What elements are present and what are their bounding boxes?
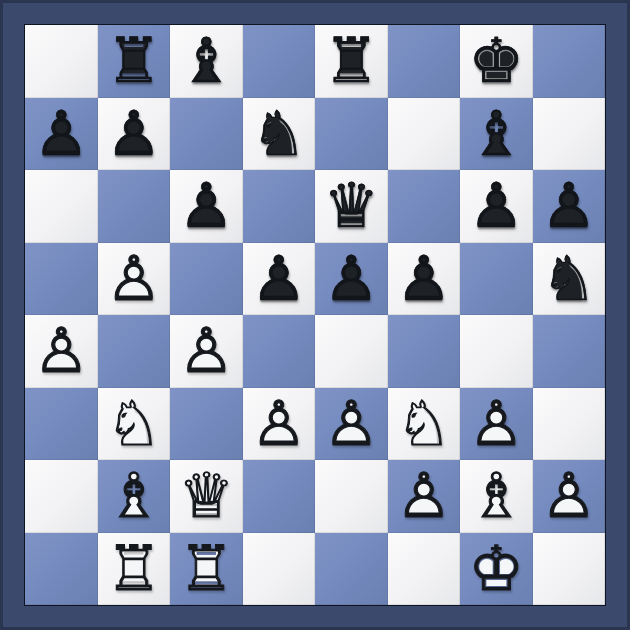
- square-e4[interactable]: [315, 315, 388, 388]
- square-a8[interactable]: [25, 25, 98, 98]
- square-e5[interactable]: ♟♙: [315, 243, 388, 316]
- square-c8[interactable]: ♝♗: [170, 25, 243, 98]
- square-a4[interactable]: ♟♙: [25, 315, 98, 388]
- white-pawn[interactable]: ♟♙: [388, 460, 461, 533]
- square-d4[interactable]: [243, 315, 316, 388]
- square-c6[interactable]: ♟♙: [170, 170, 243, 243]
- square-h4[interactable]: [533, 315, 606, 388]
- board-frame: ♜♖♝♗♜♖♚♔♟♙♟♙♞♘♝♗♟♙♛♕♟♙♟♙♟♙♟♙♟♙♟♙♞♘♟♙♟♙♞♘…: [0, 0, 630, 630]
- black-knight[interactable]: ♞♘: [533, 243, 606, 316]
- black-king[interactable]: ♚♔: [460, 25, 533, 98]
- piece-outline-layer: ♙: [98, 243, 171, 316]
- black-bishop[interactable]: ♝♗: [460, 98, 533, 171]
- white-bishop[interactable]: ♝♗: [98, 460, 171, 533]
- white-pawn[interactable]: ♟♙: [315, 388, 388, 461]
- square-e6[interactable]: ♛♕: [315, 170, 388, 243]
- square-f7[interactable]: [388, 98, 461, 171]
- square-g4[interactable]: [460, 315, 533, 388]
- black-pawn[interactable]: ♟♙: [170, 170, 243, 243]
- black-bishop[interactable]: ♝♗: [170, 25, 243, 98]
- black-rook[interactable]: ♜♖: [98, 25, 171, 98]
- white-king[interactable]: ♚♔: [460, 533, 533, 606]
- square-d1[interactable]: [243, 533, 316, 606]
- square-f2[interactable]: ♟♙: [388, 460, 461, 533]
- piece-outline-layer: ♘: [388, 388, 461, 461]
- square-h8[interactable]: [533, 25, 606, 98]
- white-pawn[interactable]: ♟♙: [243, 388, 316, 461]
- square-g3[interactable]: ♟♙: [460, 388, 533, 461]
- square-c4[interactable]: ♟♙: [170, 315, 243, 388]
- square-b2[interactable]: ♝♗: [98, 460, 171, 533]
- piece-outline-layer: ♕: [170, 460, 243, 533]
- square-a7[interactable]: ♟♙: [25, 98, 98, 171]
- black-knight[interactable]: ♞♘: [243, 98, 316, 171]
- square-d7[interactable]: ♞♘: [243, 98, 316, 171]
- black-queen[interactable]: ♛♕: [315, 170, 388, 243]
- square-g2[interactable]: ♝♗: [460, 460, 533, 533]
- square-b4[interactable]: [98, 315, 171, 388]
- black-pawn[interactable]: ♟♙: [25, 98, 98, 171]
- square-b8[interactable]: ♜♖: [98, 25, 171, 98]
- piece-outline-layer: ♖: [315, 25, 388, 98]
- square-e1[interactable]: [315, 533, 388, 606]
- piece-outline-layer: ♕: [315, 170, 388, 243]
- piece-outline-layer: ♘: [243, 98, 316, 171]
- black-pawn[interactable]: ♟♙: [243, 243, 316, 316]
- square-e8[interactable]: ♜♖: [315, 25, 388, 98]
- black-pawn[interactable]: ♟♙: [388, 243, 461, 316]
- square-e3[interactable]: ♟♙: [315, 388, 388, 461]
- square-e2[interactable]: [315, 460, 388, 533]
- white-pawn[interactable]: ♟♙: [170, 315, 243, 388]
- square-a6[interactable]: [25, 170, 98, 243]
- square-d3[interactable]: ♟♙: [243, 388, 316, 461]
- square-b7[interactable]: ♟♙: [98, 98, 171, 171]
- chess-board: ♜♖♝♗♜♖♚♔♟♙♟♙♞♘♝♗♟♙♛♕♟♙♟♙♟♙♟♙♟♙♟♙♞♘♟♙♟♙♞♘…: [25, 25, 605, 605]
- white-pawn[interactable]: ♟♙: [25, 315, 98, 388]
- white-knight[interactable]: ♞♘: [98, 388, 171, 461]
- square-f3[interactable]: ♞♘: [388, 388, 461, 461]
- square-f8[interactable]: [388, 25, 461, 98]
- piece-outline-layer: ♖: [98, 25, 171, 98]
- square-g6[interactable]: ♟♙: [460, 170, 533, 243]
- piece-outline-layer: ♔: [460, 25, 533, 98]
- white-pawn[interactable]: ♟♙: [460, 388, 533, 461]
- square-d6[interactable]: [243, 170, 316, 243]
- black-pawn[interactable]: ♟♙: [460, 170, 533, 243]
- square-e7[interactable]: [315, 98, 388, 171]
- white-bishop[interactable]: ♝♗: [460, 460, 533, 533]
- square-b1[interactable]: ♜♖: [98, 533, 171, 606]
- square-a2[interactable]: [25, 460, 98, 533]
- square-b3[interactable]: ♞♘: [98, 388, 171, 461]
- square-g5[interactable]: [460, 243, 533, 316]
- square-h7[interactable]: [533, 98, 606, 171]
- piece-outline-layer: ♙: [388, 243, 461, 316]
- piece-outline-layer: ♙: [460, 388, 533, 461]
- white-queen[interactable]: ♛♕: [170, 460, 243, 533]
- piece-outline-layer: ♙: [533, 460, 606, 533]
- piece-outline-layer: ♙: [243, 243, 316, 316]
- square-c7[interactable]: [170, 98, 243, 171]
- white-knight[interactable]: ♞♘: [388, 388, 461, 461]
- piece-outline-layer: ♘: [533, 243, 606, 316]
- black-pawn[interactable]: ♟♙: [315, 243, 388, 316]
- piece-outline-layer: ♔: [460, 533, 533, 606]
- square-d2[interactable]: [243, 460, 316, 533]
- square-b6[interactable]: [98, 170, 171, 243]
- square-f4[interactable]: [388, 315, 461, 388]
- square-f1[interactable]: [388, 533, 461, 606]
- piece-outline-layer: ♖: [170, 533, 243, 606]
- square-h2[interactable]: ♟♙: [533, 460, 606, 533]
- square-c1[interactable]: ♜♖: [170, 533, 243, 606]
- square-f6[interactable]: [388, 170, 461, 243]
- white-pawn[interactable]: ♟♙: [533, 460, 606, 533]
- square-g8[interactable]: ♚♔: [460, 25, 533, 98]
- piece-outline-layer: ♙: [315, 243, 388, 316]
- piece-outline-layer: ♗: [460, 98, 533, 171]
- white-pawn[interactable]: ♟♙: [98, 243, 171, 316]
- piece-outline-layer: ♙: [533, 170, 606, 243]
- piece-outline-layer: ♗: [98, 460, 171, 533]
- square-d8[interactable]: [243, 25, 316, 98]
- black-rook[interactable]: ♜♖: [315, 25, 388, 98]
- piece-outline-layer: ♙: [243, 388, 316, 461]
- square-h3[interactable]: [533, 388, 606, 461]
- piece-outline-layer: ♗: [460, 460, 533, 533]
- piece-outline-layer: ♙: [25, 98, 98, 171]
- square-b5[interactable]: ♟♙: [98, 243, 171, 316]
- piece-outline-layer: ♙: [315, 388, 388, 461]
- square-g1[interactable]: ♚♔: [460, 533, 533, 606]
- square-h1[interactable]: [533, 533, 606, 606]
- square-d5[interactable]: ♟♙: [243, 243, 316, 316]
- square-c5[interactable]: [170, 243, 243, 316]
- black-pawn[interactable]: ♟♙: [533, 170, 606, 243]
- square-h6[interactable]: ♟♙: [533, 170, 606, 243]
- square-a3[interactable]: [25, 388, 98, 461]
- square-g7[interactable]: ♝♗: [460, 98, 533, 171]
- white-rook[interactable]: ♜♖: [170, 533, 243, 606]
- square-c3[interactable]: [170, 388, 243, 461]
- piece-outline-layer: ♘: [98, 388, 171, 461]
- square-h5[interactable]: ♞♘: [533, 243, 606, 316]
- square-a5[interactable]: [25, 243, 98, 316]
- piece-outline-layer: ♙: [388, 460, 461, 533]
- piece-outline-layer: ♙: [98, 98, 171, 171]
- piece-outline-layer: ♙: [25, 315, 98, 388]
- piece-outline-layer: ♗: [170, 25, 243, 98]
- piece-outline-layer: ♙: [170, 170, 243, 243]
- piece-outline-layer: ♙: [460, 170, 533, 243]
- square-c2[interactable]: ♛♕: [170, 460, 243, 533]
- piece-outline-layer: ♙: [170, 315, 243, 388]
- square-a1[interactable]: [25, 533, 98, 606]
- black-pawn[interactable]: ♟♙: [98, 98, 171, 171]
- piece-outline-layer: ♖: [98, 533, 171, 606]
- white-rook[interactable]: ♜♖: [98, 533, 171, 606]
- square-f5[interactable]: ♟♙: [388, 243, 461, 316]
